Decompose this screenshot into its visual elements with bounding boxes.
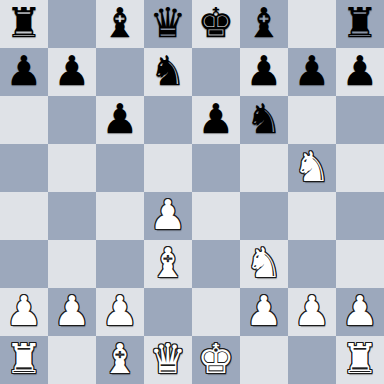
square-g4[interactable]	[288, 192, 336, 240]
square-b4[interactable]	[48, 192, 96, 240]
piece-white-pawn[interactable]: ♟	[150, 192, 187, 239]
piece-black-bishop[interactable]: ♝	[102, 0, 139, 47]
square-d5[interactable]	[144, 144, 192, 192]
square-a5[interactable]	[0, 144, 48, 192]
square-c8[interactable]: ♝	[96, 0, 144, 48]
square-h8[interactable]: ♜	[336, 0, 384, 48]
square-h5[interactable]	[336, 144, 384, 192]
square-f1[interactable]	[240, 336, 288, 384]
piece-white-pawn[interactable]: ♟	[54, 288, 91, 335]
piece-black-pawn[interactable]: ♟	[198, 96, 235, 143]
square-e1[interactable]: ♚	[192, 336, 240, 384]
square-e8[interactable]: ♚	[192, 0, 240, 48]
piece-black-pawn[interactable]: ♟	[294, 48, 331, 95]
piece-black-knight[interactable]: ♞	[246, 96, 283, 143]
square-f5[interactable]	[240, 144, 288, 192]
square-c6[interactable]: ♟	[96, 96, 144, 144]
piece-white-rook[interactable]: ♜	[6, 336, 43, 383]
square-d2[interactable]	[144, 288, 192, 336]
piece-black-king[interactable]: ♚	[198, 0, 235, 47]
square-g3[interactable]	[288, 240, 336, 288]
piece-black-pawn[interactable]: ♟	[6, 48, 43, 95]
square-h6[interactable]	[336, 96, 384, 144]
square-b8[interactable]	[48, 0, 96, 48]
square-b1[interactable]	[48, 336, 96, 384]
square-d3[interactable]: ♝	[144, 240, 192, 288]
piece-white-rook[interactable]: ♜	[342, 336, 379, 383]
square-d6[interactable]	[144, 96, 192, 144]
piece-black-queen[interactable]: ♛	[150, 0, 187, 47]
piece-black-pawn[interactable]: ♟	[102, 96, 139, 143]
square-b3[interactable]	[48, 240, 96, 288]
square-e4[interactable]	[192, 192, 240, 240]
piece-white-pawn[interactable]: ♟	[246, 288, 283, 335]
square-e3[interactable]	[192, 240, 240, 288]
square-e7[interactable]	[192, 48, 240, 96]
square-g1[interactable]	[288, 336, 336, 384]
square-a2[interactable]: ♟	[0, 288, 48, 336]
piece-black-bishop[interactable]: ♝	[246, 0, 283, 47]
piece-white-knight[interactable]: ♞	[294, 144, 331, 191]
square-d4[interactable]: ♟	[144, 192, 192, 240]
chess-board: ♜♝♛♚♝♜♟♟♞♟♟♟♟♟♞♞♟♝♞♟♟♟♟♟♟♜♝♛♚♜	[0, 0, 384, 384]
square-b7[interactable]: ♟	[48, 48, 96, 96]
piece-white-bishop[interactable]: ♝	[150, 240, 187, 287]
piece-white-pawn[interactable]: ♟	[102, 288, 139, 335]
piece-white-pawn[interactable]: ♟	[342, 288, 379, 335]
square-g5[interactable]: ♞	[288, 144, 336, 192]
square-h2[interactable]: ♟	[336, 288, 384, 336]
square-f4[interactable]	[240, 192, 288, 240]
piece-white-king[interactable]: ♚	[198, 336, 235, 383]
piece-white-bishop[interactable]: ♝	[102, 336, 139, 383]
square-c7[interactable]	[96, 48, 144, 96]
square-a4[interactable]	[0, 192, 48, 240]
square-f8[interactable]: ♝	[240, 0, 288, 48]
square-a1[interactable]: ♜	[0, 336, 48, 384]
square-f6[interactable]: ♞	[240, 96, 288, 144]
piece-black-rook[interactable]: ♜	[6, 0, 43, 47]
piece-white-queen[interactable]: ♛	[150, 336, 187, 383]
square-e6[interactable]: ♟	[192, 96, 240, 144]
square-e2[interactable]	[192, 288, 240, 336]
square-b6[interactable]	[48, 96, 96, 144]
piece-black-knight[interactable]: ♞	[150, 48, 187, 95]
square-c2[interactable]: ♟	[96, 288, 144, 336]
square-f7[interactable]: ♟	[240, 48, 288, 96]
piece-black-rook[interactable]: ♜	[342, 0, 379, 47]
square-g2[interactable]: ♟	[288, 288, 336, 336]
square-h4[interactable]	[336, 192, 384, 240]
square-c3[interactable]	[96, 240, 144, 288]
square-c5[interactable]	[96, 144, 144, 192]
square-d7[interactable]: ♞	[144, 48, 192, 96]
piece-white-knight[interactable]: ♞	[246, 240, 283, 287]
square-d1[interactable]: ♛	[144, 336, 192, 384]
square-b5[interactable]	[48, 144, 96, 192]
square-a3[interactable]	[0, 240, 48, 288]
square-b2[interactable]: ♟	[48, 288, 96, 336]
piece-black-pawn[interactable]: ♟	[54, 48, 91, 95]
square-f3[interactable]: ♞	[240, 240, 288, 288]
piece-white-pawn[interactable]: ♟	[6, 288, 43, 335]
square-g7[interactable]: ♟	[288, 48, 336, 96]
square-a6[interactable]	[0, 96, 48, 144]
square-h7[interactable]: ♟	[336, 48, 384, 96]
piece-black-pawn[interactable]: ♟	[342, 48, 379, 95]
square-e5[interactable]	[192, 144, 240, 192]
square-g8[interactable]	[288, 0, 336, 48]
square-a7[interactable]: ♟	[0, 48, 48, 96]
square-a8[interactable]: ♜	[0, 0, 48, 48]
square-d8[interactable]: ♛	[144, 0, 192, 48]
square-c4[interactable]	[96, 192, 144, 240]
square-g6[interactable]	[288, 96, 336, 144]
square-h1[interactable]: ♜	[336, 336, 384, 384]
piece-white-pawn[interactable]: ♟	[294, 288, 331, 335]
square-h3[interactable]	[336, 240, 384, 288]
square-f2[interactable]: ♟	[240, 288, 288, 336]
square-c1[interactable]: ♝	[96, 336, 144, 384]
piece-black-pawn[interactable]: ♟	[246, 48, 283, 95]
